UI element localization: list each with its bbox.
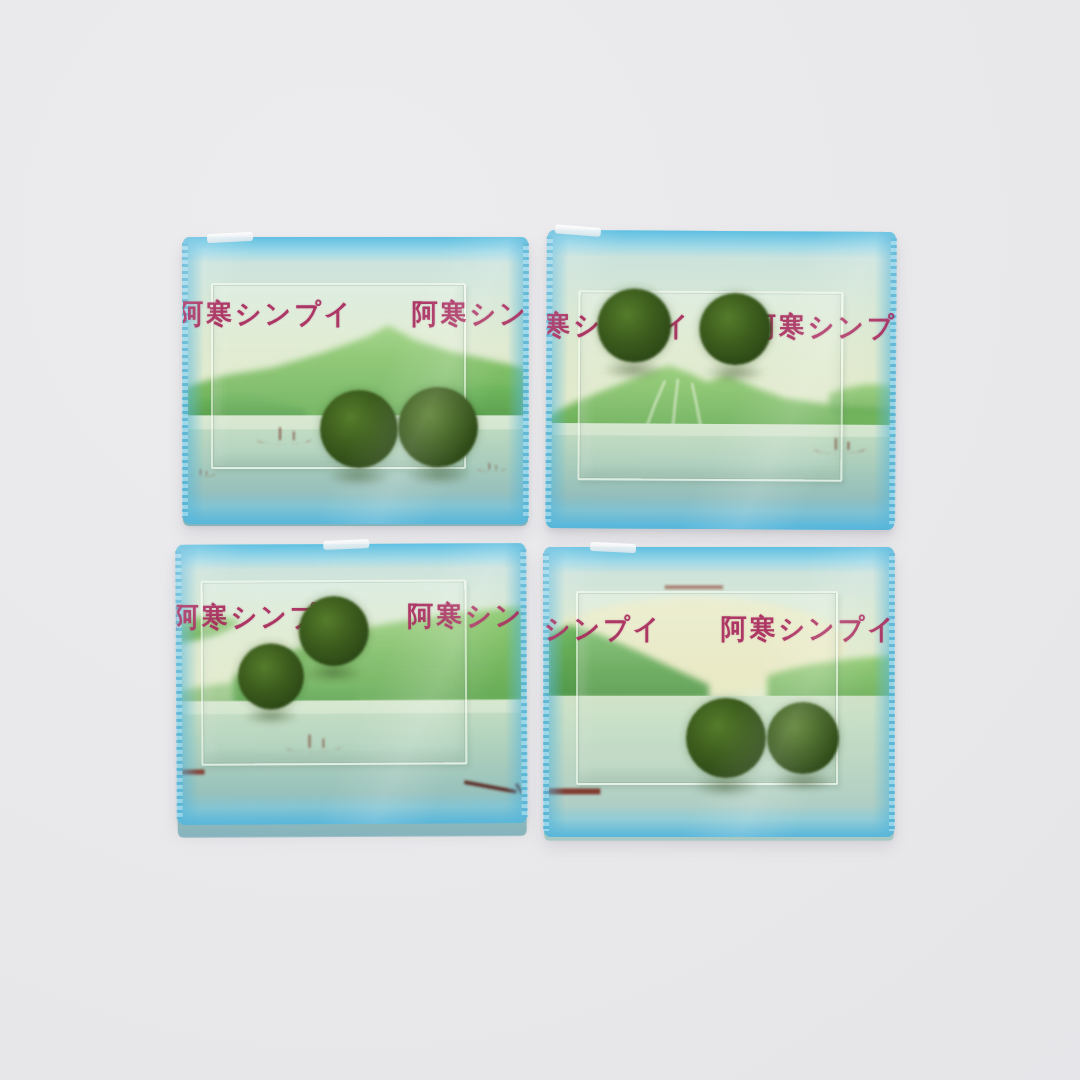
film-fold-tab bbox=[323, 539, 369, 550]
marimo-ball bbox=[299, 596, 370, 666]
serrated-edge-right bbox=[889, 238, 897, 524]
serrated-edge-right bbox=[889, 553, 895, 831]
candy-package-top-left: 阿寒シンプイ 阿寒シンプイ 阿寒シンプイ bbox=[183, 237, 528, 524]
brand-text: 阿寒シンプイ 阿寒シンプイ 阿寒シンプイ bbox=[183, 296, 528, 330]
serrated-edge-right bbox=[520, 549, 527, 818]
serrated-edge-right bbox=[523, 243, 529, 519]
brand-text-band: 阿寒シンプイ 阿寒シンプイ 阿寒シンプイ bbox=[183, 296, 528, 330]
brand-text-band: 阿寒シンプイ 阿寒シンプイ 阿寒シンプイ bbox=[544, 611, 894, 646]
serrated-edge-left bbox=[182, 243, 188, 519]
marimo-ball bbox=[238, 643, 304, 709]
serrated-edge-left bbox=[543, 553, 549, 831]
marimo-ball bbox=[597, 289, 672, 363]
candy-package-bottom-left: 阿寒シンプイ 阿寒シンプイ 阿寒シンプイ bbox=[176, 543, 526, 825]
brand-text: 阿寒シンプイ 阿寒シンプイ 阿寒シンプイ bbox=[544, 611, 894, 646]
candy-package-top-right: 阿寒シンプイ 阿寒シンプイ 阿寒シンプイ bbox=[546, 230, 896, 530]
marimo-ball bbox=[398, 387, 478, 467]
candy-package-bottom-right: 阿寒シンプイ 阿寒シンプイ 阿寒シンプイ bbox=[544, 547, 894, 837]
photo-background: 阿寒シンプイ 阿寒シンプイ 阿寒シンプイ bbox=[0, 0, 1080, 1080]
marimo-ball bbox=[320, 390, 398, 468]
marimo-ball bbox=[767, 702, 839, 774]
